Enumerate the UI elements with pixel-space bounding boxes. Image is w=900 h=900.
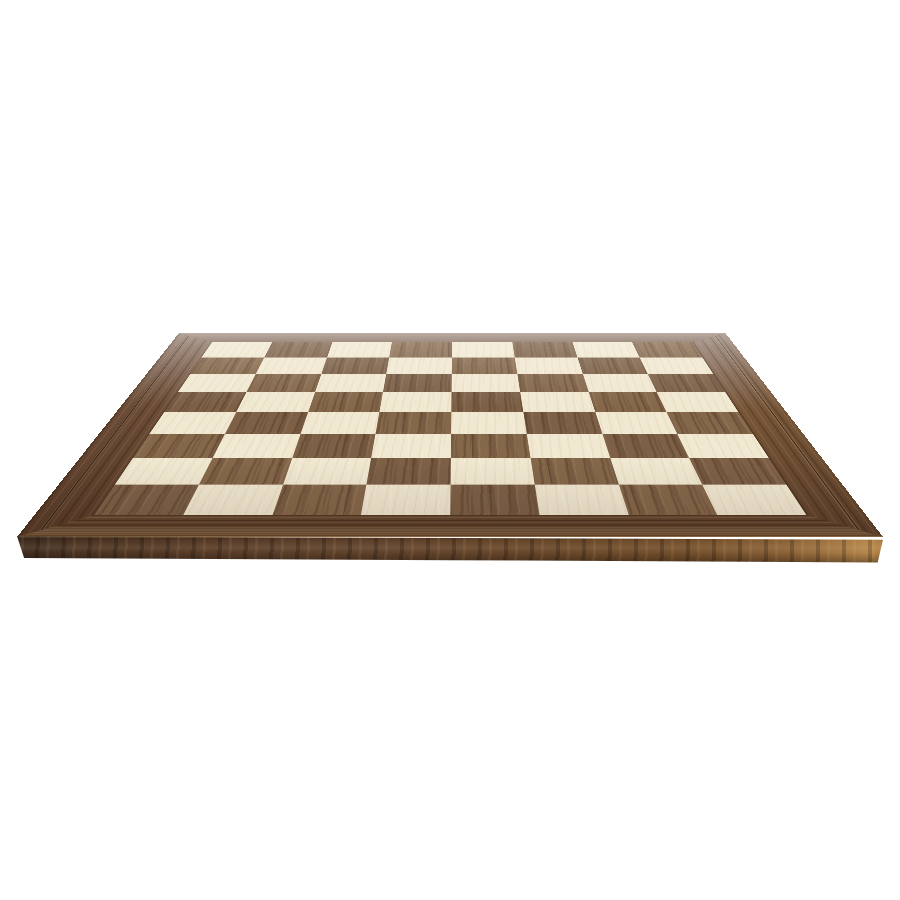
square-c2[interactable]: [283, 458, 372, 485]
square-f4[interactable]: [523, 412, 602, 434]
square-b5[interactable]: [236, 392, 315, 412]
square-a8[interactable]: [202, 342, 272, 357]
square-a3[interactable]: [133, 434, 225, 458]
square-b8[interactable]: [264, 342, 332, 357]
square-g8[interactable]: [572, 342, 640, 357]
square-c5[interactable]: [308, 392, 383, 412]
square-a2[interactable]: [115, 458, 213, 485]
board-squares: [94, 342, 806, 514]
board-perspective: [0, 0, 900, 900]
square-c8[interactable]: [327, 342, 392, 357]
square-c3[interactable]: [292, 434, 376, 458]
square-b3[interactable]: [213, 434, 301, 458]
square-g3[interactable]: [602, 434, 689, 458]
square-d2[interactable]: [367, 458, 451, 485]
product-photo: [0, 0, 900, 900]
chess-board: [17, 333, 883, 537]
square-a4[interactable]: [150, 412, 237, 434]
square-h6[interactable]: [648, 374, 725, 392]
square-e5[interactable]: [451, 392, 523, 412]
square-f2[interactable]: [530, 458, 618, 485]
square-a6[interactable]: [178, 374, 256, 392]
square-d1[interactable]: [361, 485, 450, 515]
board-frame-near: [17, 515, 883, 537]
square-b2[interactable]: [199, 458, 292, 485]
square-f8[interactable]: [512, 342, 577, 357]
square-c6[interactable]: [315, 374, 387, 392]
square-g6[interactable]: [583, 374, 657, 392]
square-e7[interactable]: [452, 357, 517, 374]
square-g1[interactable]: [618, 485, 717, 515]
square-f1[interactable]: [535, 485, 629, 515]
square-d5[interactable]: [380, 392, 452, 412]
square-e6[interactable]: [452, 374, 520, 392]
square-b4[interactable]: [225, 412, 308, 434]
square-d3[interactable]: [371, 434, 451, 458]
square-h7[interactable]: [640, 357, 714, 374]
square-f6[interactable]: [517, 374, 588, 392]
square-d6[interactable]: [383, 374, 452, 392]
square-h3[interactable]: [677, 434, 768, 458]
square-a5[interactable]: [164, 392, 246, 412]
square-f7[interactable]: [515, 357, 583, 374]
square-e4[interactable]: [451, 412, 526, 434]
square-b1[interactable]: [183, 485, 282, 515]
square-b6[interactable]: [246, 374, 321, 392]
board-frame-far: [172, 333, 733, 342]
square-c4[interactable]: [300, 412, 379, 434]
square-c7[interactable]: [321, 357, 389, 374]
square-b7[interactable]: [256, 357, 327, 374]
square-g2[interactable]: [610, 458, 703, 485]
square-f5[interactable]: [520, 392, 595, 412]
square-a7[interactable]: [190, 357, 264, 374]
square-g5[interactable]: [588, 392, 666, 412]
square-d7[interactable]: [386, 357, 452, 374]
square-c1[interactable]: [272, 485, 366, 515]
square-g7[interactable]: [577, 357, 648, 374]
square-h4[interactable]: [667, 412, 753, 434]
square-e3[interactable]: [451, 434, 530, 458]
square-d8[interactable]: [389, 342, 452, 357]
square-h5[interactable]: [657, 392, 738, 412]
square-e8[interactable]: [452, 342, 515, 357]
square-h2[interactable]: [689, 458, 786, 485]
square-h8[interactable]: [632, 342, 702, 357]
square-g4[interactable]: [595, 412, 677, 434]
square-d4[interactable]: [376, 412, 452, 434]
square-e2[interactable]: [451, 458, 535, 485]
square-f3[interactable]: [527, 434, 610, 458]
square-e1[interactable]: [450, 485, 539, 515]
